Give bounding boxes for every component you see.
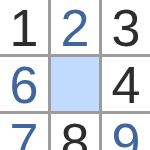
sudoku-cell-r1c2[interactable]: 4: [102, 57, 150, 111]
sudoku-cell-r1c1[interactable]: [51, 57, 99, 111]
sudoku-cell-r0c0[interactable]: 1: [0, 0, 48, 54]
sudoku-cell-r2c2[interactable]: 9: [102, 114, 150, 150]
sudoku-cell-r0c2[interactable]: 3: [102, 0, 150, 54]
sudoku-cell-r0c1[interactable]: 2: [51, 0, 99, 54]
sudoku-board: 12364789: [0, 0, 150, 150]
sudoku-cell-r2c1[interactable]: 8: [51, 114, 99, 150]
sudoku-cell-r2c0[interactable]: 7: [0, 114, 48, 150]
sudoku-cell-r1c0[interactable]: 6: [0, 57, 48, 111]
